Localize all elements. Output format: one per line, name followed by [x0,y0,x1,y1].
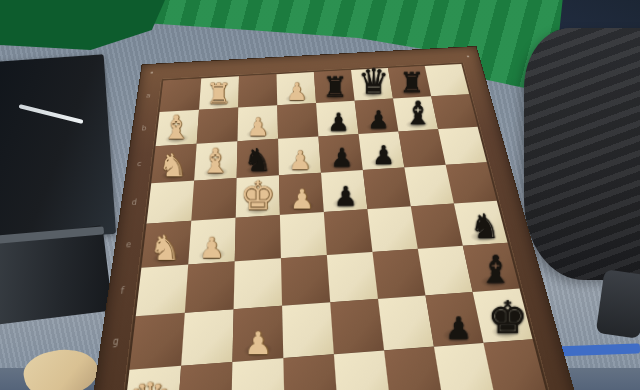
square-e1[interactable]: ♞ [141,221,191,268]
square-h5[interactable] [334,350,391,390]
square-f2[interactable] [185,261,235,312]
square-b1[interactable]: ♝ [156,110,199,146]
piece-black-pawn-g7[interactable]: ♟ [424,313,492,344]
square-h4[interactable] [283,354,338,390]
square-d1[interactable] [147,181,195,224]
square-f5[interactable] [327,252,378,302]
square-f3[interactable] [234,258,282,309]
square-e8[interactable]: ♞ [454,201,508,246]
square-f8[interactable]: ♝ [463,243,520,292]
square-a2[interactable]: ♜ [199,76,239,110]
square-g3[interactable]: ♟ [232,306,283,362]
square-g5[interactable] [330,299,384,354]
board-scene: ♜♟♜♛♜♝♟♟♟♝♞♝♞♟♟♟♚♟♟♞♟♞♝♟♟♚♛♟ 12345678 ab… [92,16,562,390]
piece-black-pawn-b5[interactable]: ♟ [311,110,366,135]
square-e6[interactable] [367,206,417,252]
piece-black-bishop-f8[interactable]: ♝ [463,251,528,289]
piece-white-knight-e1[interactable]: ♞ [133,230,196,265]
office-chair-leg [596,269,640,339]
piece-white-queen-h1[interactable]: ♛ [113,376,186,390]
square-d3[interactable]: ♚ [236,175,280,218]
chessboard: ♜♟♜♛♜♝♟♟♟♝♞♝♞♟♟♟♚♟♟♞♟♞♝♟♟♚♛♟ 12345678 ab… [81,46,588,390]
piece-white-pawn-a4[interactable]: ♟ [270,80,323,104]
piece-white-pawn-g3[interactable]: ♟ [223,328,292,359]
square-h1[interactable]: ♛ [123,366,182,390]
piece-white-bishop-b1[interactable]: ♝ [149,112,204,144]
piece-white-rook-a2[interactable]: ♜ [192,80,245,108]
square-c1[interactable]: ♞ [151,144,196,184]
square-g1[interactable] [129,313,184,370]
square-f1[interactable] [136,265,188,317]
piece-white-king-d3[interactable]: ♚ [228,175,288,215]
square-e4[interactable] [280,212,327,258]
piece-white-pawn-b3[interactable]: ♟ [230,114,285,139]
square-b3[interactable]: ♟ [237,105,278,141]
square-e5[interactable] [324,209,373,255]
square-b5[interactable]: ♟ [316,101,359,137]
frame-corner-dot [467,55,470,57]
square-d8[interactable] [446,162,497,203]
piece-black-knight-e8[interactable]: ♞ [454,209,516,243]
square-h3[interactable] [231,358,285,390]
piece-white-knight-c1[interactable]: ♞ [144,149,202,181]
square-f4[interactable] [281,255,330,306]
